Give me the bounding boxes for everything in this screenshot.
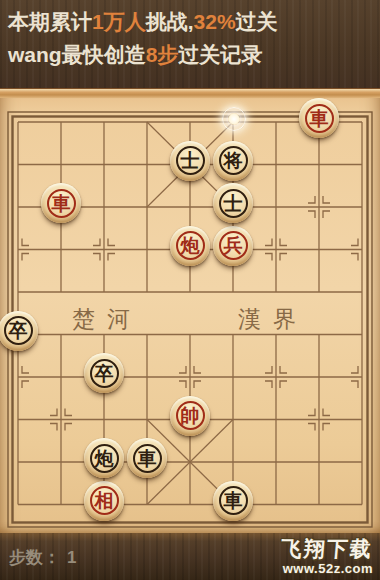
board-top-bevel [0,88,380,98]
piece-black-soldier[interactable]: 卒 [0,311,38,351]
piece-ring: 卒 [90,359,119,388]
piece-red-chariot[interactable]: 車 [299,98,339,138]
xiangqi-app-window: 本期累计1万人挑战,32%过关 wang最快创造8步过关记录 楚河 漢界 車車炮… [0,0,380,580]
stats-highlight-players: 1万人 [92,10,146,33]
piece-ring: 帥 [176,401,205,430]
steps-value: 1 [67,548,76,567]
piece-black-general[interactable]: 将 [213,141,253,181]
piece-ring: 車 [305,104,334,133]
piece-ring: 士 [219,189,248,218]
record-highlight-steps: 8步 [146,43,179,66]
piece-red-cannon[interactable]: 炮 [170,226,210,266]
piece-glyph: 士 [181,151,200,170]
piece-ring: 将 [219,146,248,175]
piece-ring: 車 [219,486,248,515]
piece-glyph: 車 [138,449,157,468]
piece-black-soldier[interactable]: 卒 [84,353,124,393]
watermark-url: www.52z.com [281,562,373,575]
piece-red-chariot[interactable]: 車 [41,183,81,223]
stats-line-1: 本期累计1万人挑战,32%过关 [8,5,380,38]
pieces-layer: 車車炮兵帥相士将士卒卒炮車車 [0,101,380,526]
piece-ring: 車 [133,444,162,473]
challenge-stats-banner: 本期累计1万人挑战,32%过关 wang最快创造8步过关记录 [0,0,380,88]
piece-red-general[interactable]: 帥 [170,396,210,436]
piece-glyph: 車 [52,194,71,213]
piece-glyph: 卒 [9,321,28,340]
stats-text: 挑战, [146,10,194,33]
piece-glyph: 帥 [181,406,200,425]
piece-ring: 車 [47,189,76,218]
piece-glyph: 炮 [95,449,114,468]
piece-glyph: 将 [224,151,243,170]
piece-ring: 卒 [4,316,33,345]
piece-black-chariot[interactable]: 車 [127,438,167,478]
piece-glyph: 士 [224,194,243,213]
piece-black-cannon[interactable]: 炮 [84,438,124,478]
record-text: 过关记录 [178,43,262,66]
piece-glyph: 車 [310,109,329,128]
piece-black-advisor[interactable]: 士 [170,141,210,181]
xiangqi-board: 楚河 漢界 車車炮兵帥相士将士卒卒炮車車 [0,88,380,533]
piece-glyph: 卒 [95,364,114,383]
piece-ring: 炮 [176,231,205,260]
footer-bar: 步数：1 飞翔下载 www.52z.com [0,533,380,580]
move-indicator-glow [222,107,246,131]
watermark-title: 飞翔下载 [280,538,374,559]
steps-counter: 步数：1 [9,546,76,569]
piece-ring: 兵 [219,231,248,260]
piece-glyph: 相 [95,491,114,510]
piece-black-chariot[interactable]: 車 [213,481,253,521]
stats-highlight-passrate: 32% [194,10,236,33]
piece-ring: 炮 [90,444,119,473]
piece-ring: 士 [176,146,205,175]
piece-ring: 相 [90,486,119,515]
piece-glyph: 兵 [224,236,243,255]
steps-label: 步数： [9,548,60,567]
stats-line-2: wang最快创造8步过关记录 [8,38,380,71]
piece-red-soldier[interactable]: 兵 [213,226,253,266]
piece-red-elephant[interactable]: 相 [84,481,124,521]
piece-glyph: 炮 [181,236,200,255]
record-text: wang最快创造 [8,43,146,66]
watermark: 飞翔下载 www.52z.com [281,538,373,575]
piece-glyph: 車 [224,491,243,510]
piece-black-advisor[interactable]: 士 [213,183,253,223]
stats-text: 本期累计 [8,10,92,33]
stats-text: 过关 [236,10,278,33]
